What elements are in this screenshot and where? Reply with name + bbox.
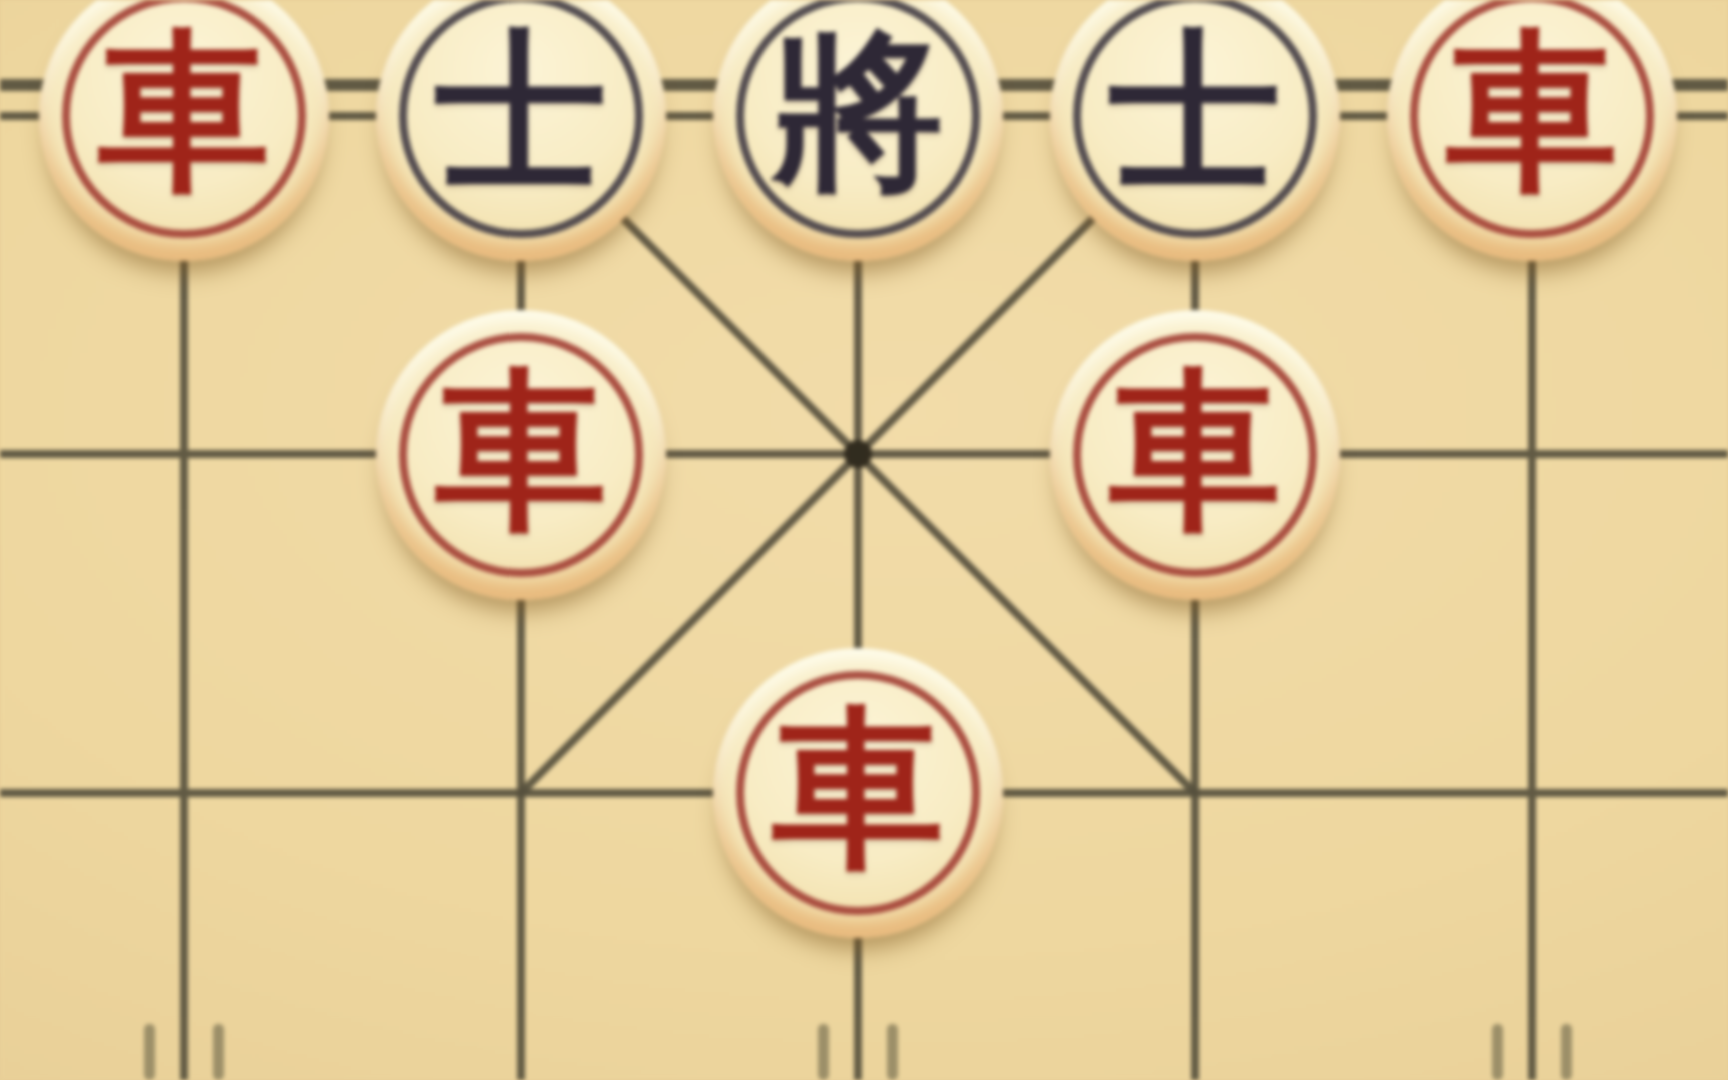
piece-black-advisor[interactable]: 士	[1050, 0, 1340, 261]
piece-glyph: 士	[1109, 26, 1281, 198]
board-intersection[interactable]	[353, 624, 690, 963]
board-intersection[interactable]	[1364, 624, 1701, 963]
piece-red-chariot[interactable]: 車	[713, 648, 1003, 938]
board-intersection[interactable]	[1364, 285, 1701, 624]
board-intersection[interactable]: 車	[16, 0, 353, 285]
piece-black-advisor[interactable]: 士	[376, 0, 666, 261]
piece-red-chariot[interactable]: 車	[39, 0, 329, 261]
board-intersection[interactable]: 車	[690, 624, 1027, 963]
piece-red-chariot[interactable]: 車	[376, 310, 666, 600]
piece-glyph: 車	[435, 365, 607, 537]
piece-glyph: 車	[1109, 365, 1281, 537]
board-intersection[interactable]: 車	[1364, 0, 1701, 285]
board-intersection[interactable]	[16, 624, 353, 963]
point-marker	[1492, 1024, 1503, 1080]
piece-glyph: 車	[1446, 26, 1618, 198]
point-marker	[213, 1024, 224, 1080]
point-marker	[887, 1024, 898, 1080]
board-intersection[interactable]: 車	[353, 285, 690, 624]
board-intersection[interactable]: 車	[1027, 285, 1364, 624]
xiangqi-board: 車士將士車車車車	[16, 0, 1701, 962]
piece-black-general[interactable]: 將	[713, 0, 1003, 261]
piece-glyph: 將	[772, 26, 944, 198]
point-marker	[818, 1024, 829, 1080]
xiangqi-board-view: 車士將士車車車車	[0, 0, 1728, 1080]
board-intersection[interactable]	[1027, 624, 1364, 963]
piece-red-chariot[interactable]: 車	[1050, 310, 1340, 600]
piece-glyph: 士	[435, 26, 607, 198]
piece-red-chariot[interactable]: 車	[1387, 0, 1677, 261]
point-marker	[144, 1024, 155, 1080]
board-intersection[interactable]: 將	[690, 0, 1027, 285]
board-intersection[interactable]	[690, 285, 1027, 624]
board-intersection[interactable]: 士	[353, 0, 690, 285]
board-intersection[interactable]	[16, 285, 353, 624]
piece-glyph: 車	[98, 26, 270, 198]
point-marker	[1561, 1024, 1572, 1080]
piece-glyph: 車	[772, 703, 944, 875]
board-intersection[interactable]: 士	[1027, 0, 1364, 285]
